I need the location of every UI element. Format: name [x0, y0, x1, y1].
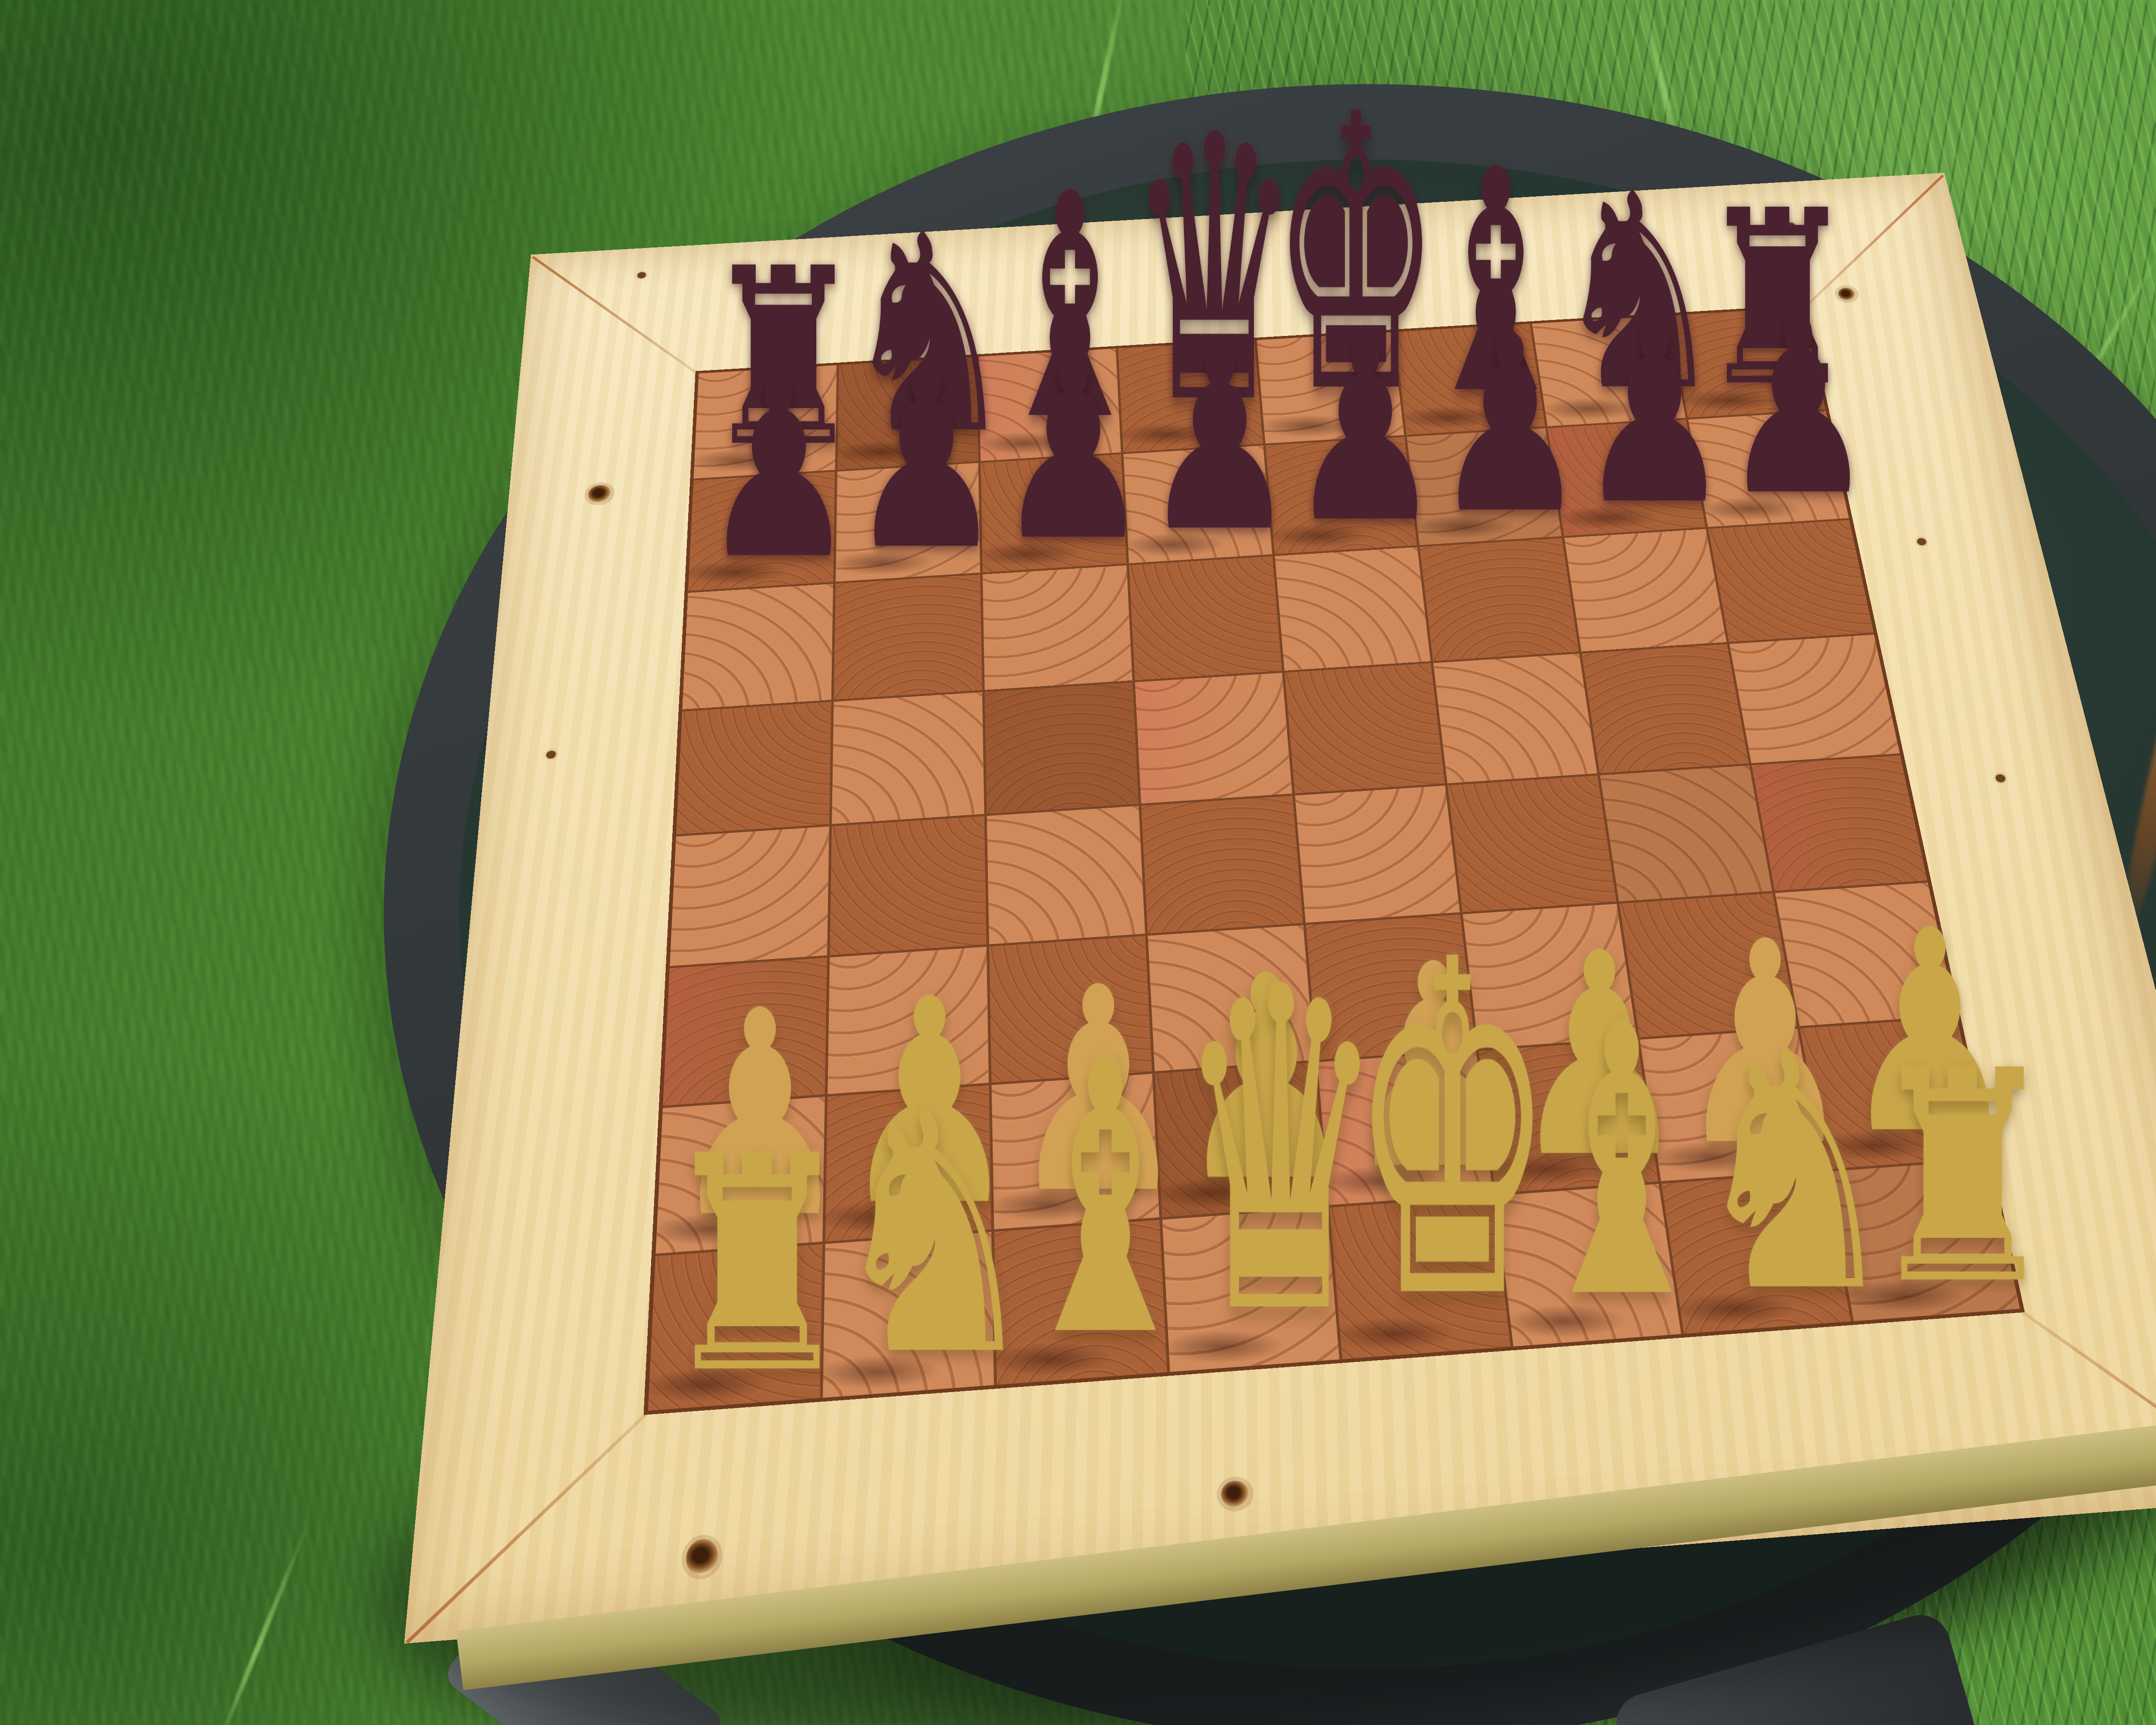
- square-g4[interactable]: [1600, 765, 1772, 902]
- wood-dowel: [546, 750, 557, 759]
- square-g5[interactable]: [1582, 644, 1749, 773]
- square-f6[interactable]: [1420, 538, 1579, 661]
- chess-board: ♜♞♝♛♚♝♞♜♟♟♟♟♟♟♟♟♟♟♟♟♟♟♟♟♜♞♝♛♚♝♞♜: [404, 173, 2156, 1643]
- square-b5[interactable]: [832, 692, 984, 824]
- square-d6[interactable]: [1129, 556, 1282, 681]
- wood-dowel: [1916, 538, 1927, 546]
- piece-white-rook-a1[interactable]: ♜: [658, 1117, 809, 1414]
- square-h6[interactable]: [1708, 520, 1874, 642]
- square-f5[interactable]: [1433, 653, 1597, 783]
- square-b4[interactable]: [830, 816, 986, 955]
- board-grid: ♜♞♝♛♚♝♞♜♟♟♟♟♟♟♟♟♟♟♟♟♟♟♟♟♜♞♝♛♚♝♞♜: [643, 305, 2024, 1415]
- wood-knot: [685, 1538, 718, 1577]
- board-frame: ♜♞♝♛♚♝♞♜♟♟♟♟♟♟♟♟♟♟♟♟♟♟♟♟♜♞♝♛♚♝♞♜: [404, 173, 2156, 1643]
- piece-black-pawn-a7[interactable]: ♟: [701, 347, 819, 593]
- square-a1[interactable]: ♜: [648, 1244, 822, 1411]
- miter-seam: [532, 256, 704, 378]
- square-a7[interactable]: ♟: [688, 472, 835, 591]
- piece-black-pawn-f7[interactable]: ♟: [1433, 303, 1550, 547]
- square-a4[interactable]: [670, 826, 829, 966]
- square-d5[interactable]: [1135, 673, 1292, 803]
- wood-knot: [587, 484, 611, 503]
- square-b7[interactable]: ♟: [836, 463, 980, 581]
- piece-black-pawn-c7[interactable]: ♟: [996, 329, 1114, 574]
- square-e5[interactable]: [1285, 663, 1445, 793]
- wood-knot: [1220, 1480, 1250, 1508]
- square-g6[interactable]: [1564, 529, 1727, 651]
- piece-black-pawn-e7[interactable]: ♟: [1288, 312, 1406, 556]
- square-a5[interactable]: [676, 702, 831, 834]
- piece-black-pawn-g7[interactable]: ♟: [1578, 295, 1695, 538]
- miter-seam: [406, 1406, 655, 1644]
- square-h5[interactable]: [1730, 634, 1900, 763]
- piece-black-pawn-h7[interactable]: ♟: [1722, 286, 1839, 529]
- piece-black-pawn-b7[interactable]: ♟: [849, 338, 967, 584]
- wood-dowel: [1995, 774, 2006, 783]
- square-c4[interactable]: [987, 806, 1145, 944]
- square-a6[interactable]: [682, 584, 833, 709]
- piece-black-pawn-d7[interactable]: ♟: [1142, 320, 1260, 565]
- wood-dowel: [637, 272, 646, 279]
- square-e6[interactable]: [1275, 547, 1431, 671]
- square-c6[interactable]: [983, 565, 1132, 690]
- square-c5[interactable]: [984, 682, 1138, 813]
